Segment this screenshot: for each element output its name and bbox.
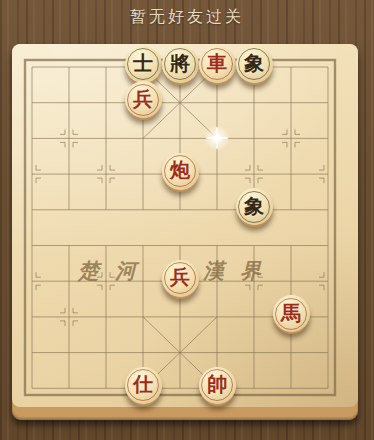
piece-glyph: 象 bbox=[244, 196, 264, 216]
piece-red-chariot[interactable]: 車 bbox=[199, 46, 236, 83]
piece-glyph: 馬 bbox=[281, 303, 301, 323]
xiangqi-board[interactable]: 楚河 漢界 士將車象兵炮象兵馬仕帥 bbox=[12, 44, 358, 420]
river-label-right: 漢界 bbox=[203, 258, 277, 284]
piece-black-elephant[interactable]: 象 bbox=[236, 188, 273, 225]
piece-red-horse[interactable]: 馬 bbox=[273, 295, 310, 332]
page-title: 暂无好友过关 bbox=[0, 0, 374, 34]
piece-glyph: 象 bbox=[244, 53, 264, 73]
river-label-left: 楚河 bbox=[78, 258, 152, 284]
piece-red-general[interactable]: 帥 bbox=[199, 367, 236, 404]
board-grid bbox=[12, 44, 358, 407]
piece-glyph: 兵 bbox=[133, 89, 153, 109]
piece-black-advisor[interactable]: 士 bbox=[125, 46, 162, 83]
board-surface[interactable]: 楚河 漢界 士將車象兵炮象兵馬仕帥 bbox=[12, 44, 358, 407]
piece-glyph: 將 bbox=[170, 53, 190, 73]
piece-red-soldier[interactable]: 兵 bbox=[125, 81, 162, 118]
piece-glyph: 仕 bbox=[133, 374, 153, 394]
piece-red-advisor[interactable]: 仕 bbox=[125, 367, 162, 404]
piece-glyph: 兵 bbox=[170, 267, 190, 287]
piece-glyph: 帥 bbox=[207, 374, 227, 394]
piece-red-soldier[interactable]: 兵 bbox=[162, 260, 199, 297]
piece-glyph: 炮 bbox=[170, 160, 190, 180]
piece-glyph: 車 bbox=[207, 53, 227, 73]
piece-black-elephant[interactable]: 象 bbox=[236, 46, 273, 83]
piece-glyph: 士 bbox=[133, 53, 153, 73]
piece-black-general[interactable]: 將 bbox=[162, 46, 199, 83]
piece-red-cannon[interactable]: 炮 bbox=[162, 153, 199, 190]
